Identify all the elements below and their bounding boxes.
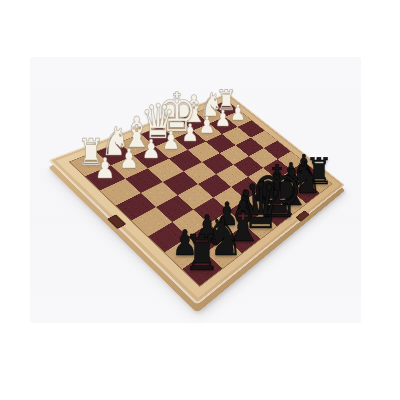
product-photo-canvas: ♜♞♝♛♚♝♞♜♟♟♟♟♟♟♟♟♟♟♟♟♟♟♟♟♜♞♝♛♚♝♞♜	[0, 0, 400, 400]
